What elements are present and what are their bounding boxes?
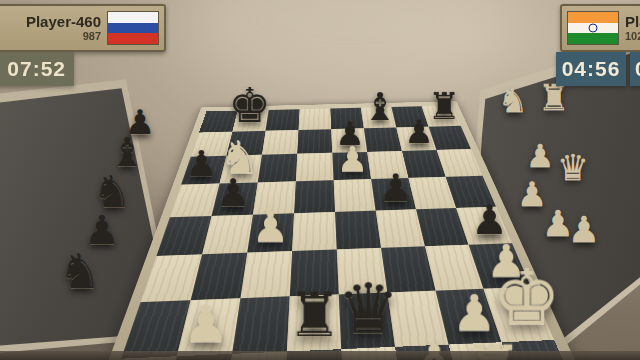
square-c2[interactable] (232, 296, 290, 354)
square-e2[interactable]: ♛ (339, 293, 395, 350)
piece-black-king[interactable]: ♚ (228, 82, 271, 130)
flag-india-icon (567, 11, 619, 45)
piece-black-pawn[interactable]: ♟ (185, 146, 217, 182)
clock-right-player: 04:56 (556, 52, 626, 86)
player-plate-right: Play 1029 (560, 4, 640, 52)
square-c6[interactable] (258, 154, 297, 183)
square-b2[interactable]: ♟ (177, 298, 241, 356)
clock-right-edge-partial: 0 (630, 52, 640, 86)
piece-black-queen[interactable]: ♛ (337, 274, 399, 343)
square-h6[interactable] (437, 149, 483, 177)
board-rim: ♚♝♜♟♟♟♞♟♟♟♟♟♟♟♜♛♟♚♝♜ (77, 101, 603, 360)
piece-white-pawn[interactable]: ♟ (251, 207, 288, 249)
piece-white-king[interactable]: ♚ (492, 260, 561, 337)
square-h7[interactable] (429, 126, 471, 150)
board-scene: ♚♝♜♟♟♟♞♟♟♟♟♟♟♟♜♛♟♚♝♜ (0, 0, 640, 360)
square-d8[interactable] (298, 108, 331, 130)
square-e4[interactable] (335, 211, 381, 250)
square-d7[interactable] (297, 129, 332, 154)
board-grid[interactable]: ♚♝♜♟♟♟♞♟♟♟♟♟♟♟♜♛♟♚♝♜ (97, 105, 583, 360)
square-d4[interactable] (292, 212, 337, 251)
player-name-right: Play (625, 14, 640, 31)
ashoka-chakra-icon (589, 24, 598, 33)
square-e6[interactable]: ♟ (332, 152, 371, 180)
square-c7[interactable] (262, 130, 299, 155)
player-name-left: Player-460 (26, 14, 101, 31)
square-g7[interactable]: ♟ (396, 127, 436, 151)
square-c4[interactable]: ♟ (247, 213, 294, 252)
square-g5[interactable] (408, 177, 456, 210)
square-c3[interactable] (240, 251, 292, 298)
piece-black-rook[interactable]: ♜ (287, 284, 342, 345)
chess-board[interactable]: ♚♝♜♟♟♟♞♟♟♟♟♟♟♟♜♛♟♚♝♜ (77, 101, 603, 360)
table-edge (0, 351, 640, 360)
player-plate-left: Player-460 987 (0, 4, 166, 52)
square-f5[interactable]: ♟ (371, 178, 416, 211)
square-b4[interactable] (202, 215, 253, 255)
piece-black-pawn[interactable]: ♟ (378, 169, 412, 207)
player-rating-left: 987 (83, 30, 101, 42)
square-d2[interactable]: ♜ (287, 294, 341, 351)
clock-left-player: 07:52 (0, 52, 74, 86)
player-rating-right: 1029 (625, 30, 640, 42)
square-e5[interactable] (334, 179, 376, 212)
piece-black-pawn[interactable]: ♟ (216, 174, 250, 212)
square-d6[interactable] (296, 153, 334, 181)
piece-black-bishop[interactable]: ♝ (363, 88, 397, 126)
flag-russia-icon (107, 11, 159, 45)
piece-black-pawn[interactable]: ♟ (471, 200, 508, 241)
piece-black-pawn[interactable]: ♟ (404, 116, 433, 149)
square-d5[interactable] (294, 180, 335, 213)
square-f8[interactable]: ♝ (361, 107, 396, 128)
piece-white-pawn[interactable]: ♟ (183, 299, 229, 350)
piece-white-pawn[interactable]: ♟ (336, 142, 368, 177)
square-b8[interactable]: ♚ (232, 110, 268, 132)
